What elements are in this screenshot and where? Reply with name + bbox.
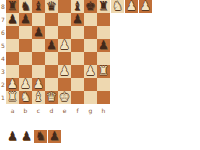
square-b6[interactable] (19, 26, 32, 39)
spare-pieces-tray-bottom[interactable]: ♟♟♞♟ (6, 130, 61, 143)
white-knight-piece[interactable]: ♞ (20, 91, 31, 104)
white-knight-piece[interactable]: ♞ (112, 0, 123, 13)
square-g2[interactable] (84, 78, 97, 91)
square-c1[interactable]: ♝ (32, 91, 45, 104)
square-b4[interactable] (19, 52, 32, 65)
black-pawn-piece[interactable]: ♟ (72, 13, 83, 26)
square-a4[interactable] (6, 52, 19, 65)
file-label-g: g (84, 106, 97, 115)
tray-tile-none[interactable]: ♟ (20, 130, 33, 143)
square-g8[interactable]: ♚ (84, 0, 97, 13)
black-rook-piece[interactable]: ♜ (98, 0, 109, 13)
square-g1[interactable] (84, 91, 97, 104)
square-e7[interactable] (58, 13, 71, 26)
white-pawn-piece[interactable]: ♟ (59, 65, 70, 78)
file-label-h: h (97, 106, 110, 115)
square-f3[interactable] (71, 65, 84, 78)
square-c8[interactable]: ♝ (32, 0, 45, 13)
square-c6[interactable]: ♟ (32, 26, 45, 39)
square-d8[interactable]: ♛ (45, 0, 58, 13)
black-pawn-piece[interactable]: ♟ (20, 13, 31, 26)
black-bishop-piece[interactable]: ♝ (33, 0, 44, 13)
square-c5[interactable] (32, 39, 45, 52)
tray-tile-none[interactable]: ♟ (6, 130, 19, 143)
file-label-f: f (71, 106, 84, 115)
file-label-e: e (58, 106, 71, 115)
square-g5[interactable] (84, 39, 97, 52)
square-e5[interactable]: ♟ (58, 39, 71, 52)
square-d5[interactable]: ♟ (45, 39, 58, 52)
square-d3[interactable] (45, 65, 58, 78)
square-a6[interactable] (6, 26, 19, 39)
spare-pieces-tray-top[interactable]: ♞♟♟ (111, 0, 152, 13)
black-pawn-piece[interactable]: ♟ (46, 39, 57, 52)
square-f4[interactable] (71, 52, 84, 65)
white-pawn-piece[interactable]: ♟ (59, 39, 70, 52)
square-g7[interactable] (84, 13, 97, 26)
square-e3[interactable]: ♟ (58, 65, 71, 78)
black-queen-piece[interactable]: ♛ (46, 0, 57, 13)
white-pawn-piece[interactable]: ♟ (85, 65, 96, 78)
white-king-piece[interactable]: ♚ (59, 91, 70, 104)
tray-tile-dark[interactable]: ♞ (34, 130, 47, 143)
black-pawn-piece[interactable]: ♟ (7, 13, 18, 26)
square-e8[interactable] (58, 0, 71, 13)
square-h2[interactable] (97, 78, 110, 91)
square-f6[interactable] (71, 26, 84, 39)
black-pawn-piece[interactable]: ♟ (98, 39, 109, 52)
square-d7[interactable] (45, 13, 58, 26)
square-h3[interactable]: ♜ (97, 65, 110, 78)
white-queen-piece[interactable]: ♛ (46, 91, 57, 104)
square-b1[interactable]: ♞ (19, 91, 32, 104)
square-a1[interactable]: ♜ (6, 91, 19, 104)
square-b5[interactable] (19, 39, 32, 52)
square-f1[interactable] (71, 91, 84, 104)
square-f2[interactable] (71, 78, 84, 91)
white-bishop-piece[interactable]: ♝ (33, 91, 44, 104)
tray-tile-dark[interactable]: ♟ (139, 0, 152, 13)
file-label-a: a (6, 106, 19, 115)
white-rook-piece[interactable]: ♜ (7, 91, 18, 104)
black-pawn-piece[interactable]: ♟ (21, 130, 32, 143)
black-king-piece[interactable]: ♚ (85, 0, 96, 13)
square-d4[interactable] (45, 52, 58, 65)
square-h1[interactable] (97, 91, 110, 104)
square-h8[interactable]: ♜ (97, 0, 110, 13)
black-knight-piece[interactable]: ♞ (35, 130, 46, 143)
white-rook-piece[interactable]: ♜ (98, 65, 109, 78)
square-a5[interactable] (6, 39, 19, 52)
square-d1[interactable]: ♛ (45, 91, 58, 104)
square-g3[interactable]: ♟ (84, 65, 97, 78)
tray-tile-dark[interactable]: ♟ (48, 130, 61, 143)
square-g6[interactable] (84, 26, 97, 39)
black-pawn-piece[interactable]: ♟ (33, 26, 44, 39)
file-label-d: d (45, 106, 58, 115)
white-pawn-piece[interactable]: ♟ (126, 0, 137, 13)
black-pawn-piece[interactable]: ♟ (7, 130, 18, 143)
square-c4[interactable] (32, 52, 45, 65)
chess-app-window: 87654321 ♜♞♝♛♝♚♜♟♟♟♟♟♟♟♟♟♜♟♟♟♜♞♝♛♚ abcde… (0, 0, 200, 150)
square-b7[interactable]: ♟ (19, 13, 32, 26)
chess-board[interactable]: ♜♞♝♛♝♚♜♟♟♟♟♟♟♟♟♟♜♟♟♟♜♞♝♛♚ (6, 0, 110, 104)
square-f5[interactable] (71, 39, 84, 52)
square-a7[interactable]: ♟ (6, 13, 19, 26)
white-pawn-piece[interactable]: ♟ (140, 0, 151, 13)
tray-tile-dark[interactable]: ♟ (125, 0, 138, 13)
square-f7[interactable]: ♟ (71, 13, 84, 26)
file-label-c: c (32, 106, 45, 115)
file-labels: abcdefgh (6, 106, 110, 115)
file-label-b: b (19, 106, 32, 115)
black-pawn-piece[interactable]: ♟ (49, 130, 60, 143)
tray-tile-light[interactable]: ♞ (111, 0, 124, 13)
square-h7[interactable] (97, 13, 110, 26)
square-e1[interactable]: ♚ (58, 91, 71, 104)
square-h5[interactable]: ♟ (97, 39, 110, 52)
